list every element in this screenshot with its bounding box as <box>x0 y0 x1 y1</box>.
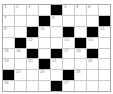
cell-r7-c8[interactable] <box>87 70 98 80</box>
clue-number-1: 1 <box>4 5 6 9</box>
clue-number-3: 3 <box>28 5 30 9</box>
cell-r4-c1[interactable] <box>3 38 14 48</box>
crossword-board: 1234567891011121314151617181920212223242… <box>2 4 111 92</box>
cell-r8-c6[interactable]: 27 <box>63 81 74 91</box>
cell-r3-c9[interactable]: 11 <box>99 27 110 37</box>
cell-r8-c7[interactable] <box>75 81 86 91</box>
clue-number-26: 26 <box>4 81 9 85</box>
clue-number-13: 13 <box>64 38 69 42</box>
cell-r3-c1[interactable]: 9 <box>3 27 14 37</box>
cell-r1-c2[interactable]: 2 <box>15 5 26 15</box>
black-cell-r5-c5 <box>51 49 62 59</box>
cell-r5-c1[interactable]: 15 <box>3 49 14 59</box>
cell-r4-c5[interactable] <box>51 38 62 48</box>
cell-r6-c9[interactable] <box>99 59 110 69</box>
cell-r2-c5[interactable]: 8 <box>51 16 62 26</box>
clue-number-16: 16 <box>16 49 21 53</box>
cell-r7-c4[interactable]: 24 <box>39 70 50 80</box>
cell-r4-c6[interactable]: 13 <box>63 38 74 48</box>
cell-r1-c4[interactable] <box>39 5 50 15</box>
cell-r1-c9[interactable] <box>99 5 110 15</box>
cell-r2-c1[interactable]: 7 <box>3 16 14 26</box>
clue-number-14: 14 <box>88 38 93 42</box>
clue-number-23: 23 <box>16 70 21 74</box>
black-cell-r8-c5 <box>51 81 62 91</box>
cell-r8-c3[interactable] <box>27 81 38 91</box>
black-cell-r7-c6 <box>63 70 74 80</box>
black-cell-r6-c4 <box>39 59 50 69</box>
clue-number-20: 20 <box>28 59 33 63</box>
clue-number-17: 17 <box>64 49 69 53</box>
cell-r3-c7[interactable] <box>75 27 86 37</box>
black-cell-r5-c3 <box>27 49 38 59</box>
clue-number-10: 10 <box>40 27 45 31</box>
black-cell-r7-c1 <box>3 70 14 80</box>
cell-r6-c8[interactable]: 22 <box>87 59 98 69</box>
cell-r7-c7[interactable]: 25 <box>75 70 86 80</box>
clue-number-4: 4 <box>64 5 66 9</box>
cell-r2-c6[interactable] <box>63 16 74 26</box>
clue-number-22: 22 <box>88 59 93 63</box>
cell-r6-c1[interactable]: 19 <box>3 59 14 69</box>
clue-number-27: 27 <box>64 81 69 85</box>
cell-r6-c7[interactable] <box>75 59 86 69</box>
cell-r5-c2[interactable]: 16 <box>15 49 26 59</box>
black-cell-r1-c5 <box>51 5 62 15</box>
cell-r8-c8[interactable] <box>87 81 98 91</box>
cell-r1-c3[interactable]: 3 <box>27 5 38 15</box>
cell-r5-c4[interactable] <box>39 49 50 59</box>
black-cell-r2-c9 <box>99 16 110 26</box>
cell-r8-c4[interactable] <box>39 81 50 91</box>
clue-number-24: 24 <box>40 70 45 74</box>
cell-r8-c9[interactable] <box>99 81 110 91</box>
cell-r2-c8[interactable] <box>87 16 98 26</box>
cell-r2-c2[interactable] <box>15 16 26 26</box>
clue-number-12: 12 <box>28 38 33 42</box>
cell-r6-c5[interactable]: 21 <box>51 59 62 69</box>
cell-r3-c2[interactable] <box>15 27 26 37</box>
cell-r7-c3[interactable] <box>27 70 38 80</box>
black-cell-r3-c6 <box>63 27 74 37</box>
cell-r6-c6[interactable] <box>63 59 74 69</box>
cell-r4-c8[interactable]: 14 <box>87 38 98 48</box>
black-cell-r3-c3 <box>27 27 38 37</box>
cell-r2-c3[interactable] <box>27 16 38 26</box>
cell-r3-c4[interactable]: 10 <box>39 27 50 37</box>
clue-number-9: 9 <box>4 27 6 31</box>
cell-r8-c1[interactable]: 26 <box>3 81 14 91</box>
cell-r6-c3[interactable]: 20 <box>27 59 38 69</box>
clue-number-15: 15 <box>4 49 9 53</box>
cell-r1-c1[interactable]: 1 <box>3 5 14 15</box>
cell-r4-c4[interactable] <box>39 38 50 48</box>
clue-number-8: 8 <box>52 16 54 20</box>
cell-r1-c7[interactable]: 5 <box>75 5 86 15</box>
clue-number-5: 5 <box>76 5 78 9</box>
crossword-grid: 1234567891011121314151617181920212223242… <box>2 4 111 92</box>
cell-r7-c5[interactable] <box>51 70 62 80</box>
cell-r4-c3[interactable]: 12 <box>27 38 38 48</box>
clue-number-25: 25 <box>76 70 81 74</box>
cell-r1-c6[interactable]: 4 <box>63 5 74 15</box>
clue-number-19: 19 <box>4 59 9 63</box>
black-cell-r2-c4 <box>39 16 50 26</box>
cell-r5-c6[interactable]: 17 <box>63 49 74 59</box>
cell-r5-c7[interactable]: 18 <box>75 49 86 59</box>
cell-r3-c5[interactable] <box>51 27 62 37</box>
cell-r8-c2[interactable] <box>15 81 26 91</box>
black-cell-r4-c2 <box>15 38 26 48</box>
clue-number-2: 2 <box>16 5 18 9</box>
clue-number-18: 18 <box>76 49 81 53</box>
clue-number-11: 11 <box>100 27 105 31</box>
cell-r7-c2[interactable]: 23 <box>15 70 26 80</box>
cell-r7-c9[interactable] <box>99 70 110 80</box>
cell-r6-c2[interactable] <box>15 59 26 69</box>
clue-number-21: 21 <box>52 59 57 63</box>
cell-r5-c9[interactable] <box>99 49 110 59</box>
black-cell-r3-c8 <box>87 27 98 37</box>
cell-r4-c9[interactable] <box>99 38 110 48</box>
clue-number-6: 6 <box>88 5 90 9</box>
black-cell-r5-c8 <box>87 49 98 59</box>
cell-r1-c8[interactable]: 6 <box>87 5 98 15</box>
cell-r2-c7[interactable] <box>75 16 86 26</box>
clue-number-7: 7 <box>4 16 6 20</box>
black-cell-r4-c7 <box>75 38 86 48</box>
